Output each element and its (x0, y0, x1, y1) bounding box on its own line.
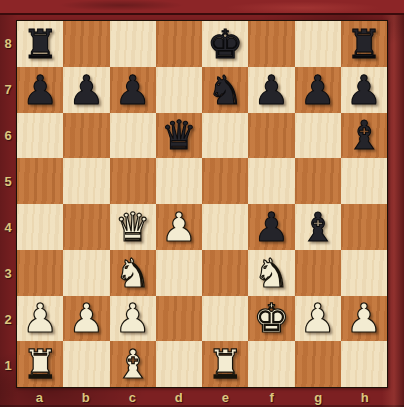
file-labels: abcdefgh (16, 388, 388, 407)
square-d4[interactable]: ♟ (156, 204, 202, 250)
square-h8[interactable]: ♜ (341, 21, 387, 67)
square-e2[interactable] (202, 296, 248, 342)
piece-black-rook[interactable]: ♜ (346, 24, 382, 64)
file-label-g: g (295, 388, 342, 407)
square-a6[interactable] (17, 113, 63, 159)
board: ♜♚♜♟♟♟♞♟♟♟♛♝♛♟♟♝♞♞♟♟♟♚♟♟♜♝♜ (16, 20, 388, 388)
square-a4[interactable] (17, 204, 63, 250)
square-f7[interactable]: ♟ (248, 67, 294, 113)
square-e4[interactable] (202, 204, 248, 250)
piece-black-pawn[interactable]: ♟ (253, 70, 289, 110)
file-label-e: e (202, 388, 249, 407)
square-a3[interactable] (17, 250, 63, 296)
square-f4[interactable]: ♟ (248, 204, 294, 250)
square-a2[interactable]: ♟ (17, 296, 63, 342)
square-b5[interactable] (63, 158, 109, 204)
square-f8[interactable] (248, 21, 294, 67)
piece-black-pawn[interactable]: ♟ (22, 70, 58, 110)
square-g3[interactable] (295, 250, 341, 296)
rank-label-7: 7 (0, 66, 16, 112)
piece-white-knight[interactable]: ♞ (115, 253, 151, 293)
rank-label-3: 3 (0, 250, 16, 296)
rank-label-8: 8 (0, 20, 16, 66)
square-a5[interactable] (17, 158, 63, 204)
piece-white-pawn[interactable]: ♟ (161, 207, 197, 247)
piece-white-bishop[interactable]: ♝ (115, 344, 151, 384)
square-e6[interactable] (202, 113, 248, 159)
square-b3[interactable] (63, 250, 109, 296)
square-d3[interactable] (156, 250, 202, 296)
square-c5[interactable] (110, 158, 156, 204)
piece-white-rook[interactable]: ♜ (207, 344, 243, 384)
square-b4[interactable] (63, 204, 109, 250)
chess-diagram: 87654321 ♜♚♜♟♟♟♞♟♟♟♛♝♛♟♟♝♞♞♟♟♟♚♟♟♜♝♜ abc… (0, 0, 404, 407)
square-c4[interactable]: ♛ (110, 204, 156, 250)
square-d2[interactable] (156, 296, 202, 342)
square-e7[interactable]: ♞ (202, 67, 248, 113)
square-b7[interactable]: ♟ (63, 67, 109, 113)
square-a8[interactable]: ♜ (17, 21, 63, 67)
square-d7[interactable] (156, 67, 202, 113)
square-f2[interactable]: ♚ (248, 296, 294, 342)
rank-label-1: 1 (0, 342, 16, 388)
square-e8[interactable]: ♚ (202, 21, 248, 67)
rank-label-5: 5 (0, 158, 16, 204)
square-c2[interactable]: ♟ (110, 296, 156, 342)
square-c8[interactable] (110, 21, 156, 67)
piece-black-pawn[interactable]: ♟ (68, 70, 104, 110)
piece-white-rook[interactable]: ♜ (22, 344, 58, 384)
piece-black-bishop[interactable]: ♝ (346, 115, 382, 155)
square-g4[interactable]: ♝ (295, 204, 341, 250)
file-label-d: d (156, 388, 203, 407)
piece-white-pawn[interactable]: ♟ (115, 298, 151, 338)
rank-label-4: 4 (0, 204, 16, 250)
file-label-h: h (342, 388, 389, 407)
square-g2[interactable]: ♟ (295, 296, 341, 342)
piece-black-pawn[interactable]: ♟ (300, 70, 336, 110)
piece-black-bishop[interactable]: ♝ (300, 207, 336, 247)
piece-white-pawn[interactable]: ♟ (346, 298, 382, 338)
piece-white-pawn[interactable]: ♟ (300, 298, 336, 338)
square-a7[interactable]: ♟ (17, 67, 63, 113)
square-g7[interactable]: ♟ (295, 67, 341, 113)
square-e3[interactable] (202, 250, 248, 296)
piece-white-queen[interactable]: ♛ (115, 207, 151, 247)
piece-black-pawn[interactable]: ♟ (253, 207, 289, 247)
piece-black-pawn[interactable]: ♟ (346, 70, 382, 110)
square-g1[interactable] (295, 341, 341, 387)
piece-black-queen[interactable]: ♛ (161, 115, 197, 155)
frame-top-strip (0, 0, 404, 15)
square-d5[interactable] (156, 158, 202, 204)
square-f1[interactable] (248, 341, 294, 387)
rank-label-2: 2 (0, 296, 16, 342)
square-g5[interactable] (295, 158, 341, 204)
rank-label-6: 6 (0, 112, 16, 158)
square-h3[interactable] (341, 250, 387, 296)
square-e1[interactable]: ♜ (202, 341, 248, 387)
square-d1[interactable] (156, 341, 202, 387)
square-d6[interactable]: ♛ (156, 113, 202, 159)
square-h5[interactable] (341, 158, 387, 204)
square-c3[interactable]: ♞ (110, 250, 156, 296)
square-f3[interactable]: ♞ (248, 250, 294, 296)
square-c1[interactable]: ♝ (110, 341, 156, 387)
file-label-c: c (109, 388, 156, 407)
square-h6[interactable]: ♝ (341, 113, 387, 159)
rank-labels: 87654321 (0, 20, 16, 388)
square-h7[interactable]: ♟ (341, 67, 387, 113)
square-d8[interactable] (156, 21, 202, 67)
piece-white-knight[interactable]: ♞ (253, 253, 289, 293)
square-b8[interactable] (63, 21, 109, 67)
square-b2[interactable]: ♟ (63, 296, 109, 342)
square-g8[interactable] (295, 21, 341, 67)
square-g6[interactable] (295, 113, 341, 159)
piece-black-rook[interactable]: ♜ (22, 24, 58, 64)
square-e5[interactable] (202, 158, 248, 204)
square-c7[interactable]: ♟ (110, 67, 156, 113)
square-h2[interactable]: ♟ (341, 296, 387, 342)
piece-white-king[interactable]: ♚ (253, 298, 289, 338)
piece-white-pawn[interactable]: ♟ (22, 298, 58, 338)
square-f5[interactable] (248, 158, 294, 204)
file-label-b: b (63, 388, 110, 407)
square-b1[interactable] (63, 341, 109, 387)
square-h1[interactable] (341, 341, 387, 387)
square-b6[interactable] (63, 113, 109, 159)
file-label-a: a (16, 388, 63, 407)
piece-black-knight[interactable]: ♞ (207, 70, 243, 110)
piece-black-pawn[interactable]: ♟ (115, 70, 151, 110)
file-label-f: f (249, 388, 296, 407)
square-f6[interactable] (248, 113, 294, 159)
square-c6[interactable] (110, 113, 156, 159)
square-h4[interactable] (341, 204, 387, 250)
piece-black-king[interactable]: ♚ (207, 24, 243, 64)
piece-white-pawn[interactable]: ♟ (68, 298, 104, 338)
square-a1[interactable]: ♜ (17, 341, 63, 387)
